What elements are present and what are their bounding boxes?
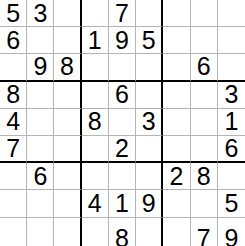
empty-cell-r4c4[interactable]: [82, 82, 109, 109]
empty-cell-r8c2[interactable]: [27, 190, 54, 217]
given-cell-r3c8: 6: [191, 54, 218, 81]
given-cell-r8c6: 9: [136, 190, 163, 217]
empty-cell-r3c6[interactable]: [136, 54, 163, 81]
given-cell-r3c2: 9: [27, 54, 54, 81]
given-cell-r1c5: 7: [109, 0, 136, 27]
empty-cell-r4c8[interactable]: [191, 82, 218, 109]
empty-cell-r7c1[interactable]: [0, 163, 27, 190]
empty-cell-r2c9[interactable]: [218, 27, 245, 54]
empty-cell-r1c9[interactable]: [218, 0, 245, 27]
given-cell-r6c1: 7: [0, 136, 27, 163]
empty-cell-r5c2[interactable]: [27, 109, 54, 136]
empty-cell-r2c3[interactable]: [54, 27, 81, 54]
empty-cell-r1c4[interactable]: [82, 0, 109, 27]
empty-cell-r5c7[interactable]: [163, 109, 190, 136]
given-cell-r8c4: 4: [82, 190, 109, 217]
empty-cell-r1c7[interactable]: [163, 0, 190, 27]
given-cell-r4c9: 3: [218, 82, 245, 109]
given-cell-r7c7: 2: [163, 163, 190, 190]
empty-cell-r5c3[interactable]: [54, 109, 81, 136]
empty-cell-r6c6[interactable]: [136, 136, 163, 163]
empty-cell-r1c3[interactable]: [54, 0, 81, 27]
empty-cell-r7c9[interactable]: [218, 163, 245, 190]
given-cell-r5c6: 3: [136, 109, 163, 136]
empty-cell-r8c1[interactable]: [0, 190, 27, 217]
empty-cell-r6c4[interactable]: [82, 136, 109, 163]
given-cell-r7c2: 6: [27, 163, 54, 190]
empty-cell-r2c8[interactable]: [191, 27, 218, 54]
empty-cell-r9c6[interactable]: [136, 218, 163, 246]
empty-cell-r6c3[interactable]: [54, 136, 81, 163]
empty-cell-r3c9[interactable]: [218, 54, 245, 81]
given-cell-r4c5: 6: [109, 82, 136, 109]
given-cell-r9c9: 9: [218, 218, 245, 246]
sudoku-puzzle: 537619598686348317266284195879: [0, 0, 245, 246]
empty-cell-r3c4[interactable]: [82, 54, 109, 81]
empty-cell-r9c3[interactable]: [54, 218, 81, 246]
empty-cell-r3c7[interactable]: [163, 54, 190, 81]
given-cell-r8c9: 5: [218, 190, 245, 217]
empty-cell-r3c1[interactable]: [0, 54, 27, 81]
empty-cell-r5c5[interactable]: [109, 109, 136, 136]
given-cell-r4c1: 8: [0, 82, 27, 109]
empty-cell-r1c6[interactable]: [136, 0, 163, 27]
given-cell-r7c8: 8: [191, 163, 218, 190]
empty-cell-r7c6[interactable]: [136, 163, 163, 190]
empty-cell-r3c5[interactable]: [109, 54, 136, 81]
sudoku-board: 537619598686348317266284195879: [0, 0, 245, 246]
given-cell-r6c9: 6: [218, 136, 245, 163]
empty-cell-r8c7[interactable]: [163, 190, 190, 217]
empty-cell-r6c8[interactable]: [191, 136, 218, 163]
given-cell-r1c1: 5: [0, 0, 27, 27]
empty-cell-r9c4[interactable]: [82, 218, 109, 246]
given-cell-r5c1: 4: [0, 109, 27, 136]
given-cell-r3c3: 8: [54, 54, 81, 81]
empty-cell-r4c6[interactable]: [136, 82, 163, 109]
given-cell-r2c1: 6: [0, 27, 27, 54]
empty-cell-r6c7[interactable]: [163, 136, 190, 163]
empty-cell-r2c7[interactable]: [163, 27, 190, 54]
empty-cell-r4c3[interactable]: [54, 82, 81, 109]
given-cell-r9c5: 8: [109, 218, 136, 246]
given-cell-r2c5: 9: [109, 27, 136, 54]
empty-cell-r7c5[interactable]: [109, 163, 136, 190]
given-cell-r2c6: 5: [136, 27, 163, 54]
empty-cell-r7c4[interactable]: [82, 163, 109, 190]
empty-cell-r4c7[interactable]: [163, 82, 190, 109]
empty-cell-r6c2[interactable]: [27, 136, 54, 163]
empty-cell-r8c8[interactable]: [191, 190, 218, 217]
empty-cell-r4c2[interactable]: [27, 82, 54, 109]
empty-cell-r8c3[interactable]: [54, 190, 81, 217]
given-cell-r5c4: 8: [82, 109, 109, 136]
given-cell-r2c4: 1: [82, 27, 109, 54]
given-cell-r8c5: 1: [109, 190, 136, 217]
empty-cell-r5c8[interactable]: [191, 109, 218, 136]
given-cell-r9c8: 7: [191, 218, 218, 246]
empty-cell-r1c8[interactable]: [191, 0, 218, 27]
empty-cell-r9c7[interactable]: [163, 218, 190, 246]
given-cell-r5c9: 1: [218, 109, 245, 136]
empty-cell-r2c2[interactable]: [27, 27, 54, 54]
empty-cell-r7c3[interactable]: [54, 163, 81, 190]
given-cell-r6c5: 2: [109, 136, 136, 163]
given-cell-r1c2: 3: [27, 0, 54, 27]
empty-cell-r9c1[interactable]: [0, 218, 27, 246]
empty-cell-r9c2[interactable]: [27, 218, 54, 246]
